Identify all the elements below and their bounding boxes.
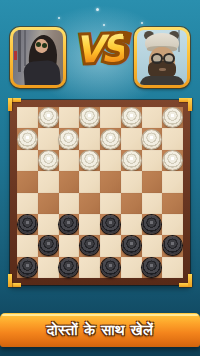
board-cell[interactable] <box>17 171 38 192</box>
building-detail <box>24 30 26 66</box>
board-cell[interactable] <box>59 235 80 256</box>
sparkle-dot <box>141 22 143 24</box>
board-cell[interactable] <box>59 128 80 149</box>
checker-piece-white[interactable] <box>39 108 58 127</box>
sparkle-dot <box>58 17 60 19</box>
board-cell[interactable] <box>79 171 100 192</box>
board-cell[interactable] <box>79 107 100 128</box>
board-cell[interactable] <box>100 107 121 128</box>
sparkle-dot <box>96 8 99 11</box>
checker-piece-white[interactable] <box>163 151 182 170</box>
board-cell[interactable] <box>59 107 80 128</box>
checker-piece-white[interactable] <box>80 151 99 170</box>
board-cell[interactable] <box>17 150 38 171</box>
building-detail <box>18 30 21 72</box>
board-cell[interactable] <box>59 171 80 192</box>
board-cell[interactable] <box>162 257 183 278</box>
checker-piece-black[interactable] <box>18 258 37 277</box>
board-cell[interactable] <box>162 171 183 192</box>
board-cell[interactable] <box>162 128 183 149</box>
avatar-photo-right <box>137 30 187 85</box>
checker-piece-black[interactable] <box>39 236 58 255</box>
checker-piece-black[interactable] <box>101 258 120 277</box>
vs-label: VSVS <box>75 27 126 73</box>
board-cell[interactable] <box>17 107 38 128</box>
board-cell[interactable] <box>121 235 142 256</box>
checker-piece-white[interactable] <box>80 108 99 127</box>
board-grid <box>17 107 183 278</box>
board-cell[interactable] <box>100 257 121 278</box>
board-cell[interactable] <box>79 128 100 149</box>
board-cell[interactable] <box>38 150 59 171</box>
board-cell[interactable] <box>17 235 38 256</box>
board-cell[interactable] <box>17 193 38 214</box>
glasses-lens <box>163 53 175 64</box>
cta-banner[interactable]: दोस्तों के साथ खेलें <box>0 313 200 347</box>
checker-piece-white[interactable] <box>39 151 58 170</box>
checker-piece-white[interactable] <box>101 130 120 149</box>
board-cell[interactable] <box>100 171 121 192</box>
checker-piece-white[interactable] <box>18 130 37 149</box>
red-sign-detail <box>14 51 17 60</box>
board-cell[interactable] <box>100 193 121 214</box>
board-cell[interactable] <box>121 214 142 235</box>
checker-piece-white[interactable] <box>59 130 78 149</box>
board-cell[interactable] <box>162 193 183 214</box>
board-cell[interactable] <box>162 235 183 256</box>
board-cell[interactable] <box>162 150 183 171</box>
checker-piece-black[interactable] <box>163 236 182 255</box>
board-cell[interactable] <box>100 235 121 256</box>
checker-piece-white[interactable] <box>122 151 141 170</box>
board-cell[interactable] <box>38 257 59 278</box>
board-cell[interactable] <box>38 193 59 214</box>
board-cell[interactable] <box>17 257 38 278</box>
glasses-lens <box>151 53 163 64</box>
mouth-shape <box>159 68 166 71</box>
board-cell[interactable] <box>59 193 80 214</box>
board-cell[interactable] <box>100 150 121 171</box>
board-cell[interactable] <box>38 235 59 256</box>
board-cell[interactable] <box>142 128 163 149</box>
checkers-match-screen: VSVS दोस्तों के साथ खेलें <box>0 0 200 356</box>
checker-piece-black[interactable] <box>59 215 78 234</box>
checker-piece-black[interactable] <box>122 236 141 255</box>
board-cell[interactable] <box>38 128 59 149</box>
board-cell[interactable] <box>121 257 142 278</box>
board-cell[interactable] <box>59 257 80 278</box>
avatar-photo-left <box>13 30 63 85</box>
board-cell[interactable] <box>142 171 163 192</box>
checkers-board <box>10 100 190 285</box>
checker-piece-black[interactable] <box>80 236 99 255</box>
board-cell[interactable] <box>17 128 38 149</box>
board-cell[interactable] <box>59 214 80 235</box>
board-cell[interactable] <box>142 235 163 256</box>
board-cell[interactable] <box>79 214 100 235</box>
board-cell[interactable] <box>100 128 121 149</box>
board-cell[interactable] <box>142 150 163 171</box>
board-cell[interactable] <box>142 193 163 214</box>
checker-piece-black[interactable] <box>142 215 161 234</box>
checker-piece-black[interactable] <box>101 215 120 234</box>
vs-outline: VS <box>75 27 126 73</box>
board-cell[interactable] <box>121 150 142 171</box>
vs-fill: VS <box>75 27 126 72</box>
board-cell[interactable] <box>121 193 142 214</box>
board-cell[interactable] <box>17 214 38 235</box>
player-avatar-left <box>10 27 66 88</box>
cta-banner-text: दोस्तों के साथ खेलें <box>47 321 154 339</box>
board-cell[interactable] <box>79 193 100 214</box>
sunglasses-shape <box>36 42 41 47</box>
board-cell[interactable] <box>162 107 183 128</box>
checker-piece-white[interactable] <box>122 108 141 127</box>
checker-piece-white[interactable] <box>163 108 182 127</box>
board-cell[interactable] <box>142 214 163 235</box>
board-cell[interactable] <box>79 235 100 256</box>
jacket-shape <box>23 60 61 85</box>
board-cell[interactable] <box>38 171 59 192</box>
board-cell[interactable] <box>59 150 80 171</box>
board-cell[interactable] <box>142 107 163 128</box>
board-cell[interactable] <box>121 171 142 192</box>
board-cell[interactable] <box>38 107 59 128</box>
board-cell[interactable] <box>79 257 100 278</box>
checker-piece-black[interactable] <box>59 258 78 277</box>
board-cell[interactable] <box>162 214 183 235</box>
board-cell[interactable] <box>79 150 100 171</box>
board-cell[interactable] <box>121 128 142 149</box>
player-avatar-right <box>134 27 190 88</box>
checker-piece-white[interactable] <box>142 130 161 149</box>
checker-piece-black[interactable] <box>142 258 161 277</box>
board-cell[interactable] <box>38 214 59 235</box>
checker-piece-black[interactable] <box>18 215 37 234</box>
sparkle-dot <box>103 24 105 26</box>
board-cell[interactable] <box>121 107 142 128</box>
board-cell[interactable] <box>100 214 121 235</box>
shoulders-shape <box>140 76 184 85</box>
board-cell[interactable] <box>142 257 163 278</box>
